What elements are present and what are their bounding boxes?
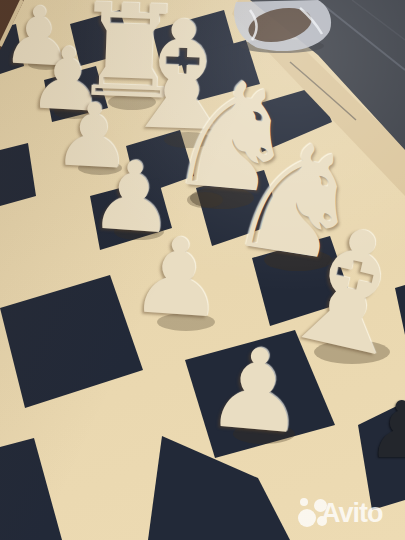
square-h2 (0, 438, 62, 540)
avito-logo-icon (298, 509, 316, 527)
square-h6 (0, 143, 36, 206)
avito-logo-icon (300, 498, 308, 506)
avito-watermark: Avito (295, 490, 403, 536)
square-h4 (0, 275, 143, 408)
chess-photo-scene: ♟♟♟♟♟♟♜♝♞♞♝♟ Avito (0, 0, 405, 540)
avito-text: Avito (321, 498, 383, 529)
piece-g4-white-pawn: ♟ (127, 222, 229, 334)
piece-d2-black-pawn: ♟ (367, 391, 405, 469)
